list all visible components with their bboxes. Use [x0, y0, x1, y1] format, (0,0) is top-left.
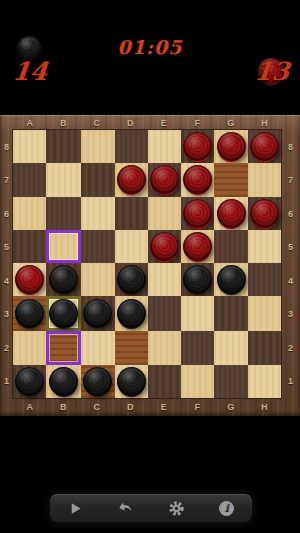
- square-h5[interactable]: [248, 230, 281, 263]
- checker-glyph: ●: [49, 265, 79, 294]
- checker-glyph: ●: [183, 232, 213, 261]
- rank-label: 6: [281, 197, 300, 231]
- checker-glyph: ●: [216, 199, 246, 228]
- square-h1[interactable]: [248, 365, 281, 398]
- black-piece[interactable]: ●: [49, 367, 78, 396]
- black-piece[interactable]: ●: [49, 265, 78, 294]
- black-piece[interactable]: ●: [15, 367, 44, 396]
- file-label: D: [114, 116, 148, 129]
- square-g7[interactable]: [214, 163, 247, 196]
- file-label: G: [214, 399, 248, 415]
- gear-icon: [168, 500, 185, 517]
- undo-icon: [116, 498, 136, 517]
- square-f6[interactable]: ●: [181, 197, 214, 230]
- square-a6[interactable]: [13, 197, 46, 230]
- black-piece[interactable]: ●: [83, 367, 112, 396]
- square-c2[interactable]: [81, 331, 114, 364]
- square-c5[interactable]: [81, 230, 114, 263]
- square-g6[interactable]: ●: [214, 197, 247, 230]
- square-h4[interactable]: [248, 263, 281, 296]
- file-label: F: [181, 116, 215, 129]
- square-b7[interactable]: [46, 163, 81, 196]
- square-a8[interactable]: [13, 130, 46, 163]
- rank-label: 3: [0, 298, 13, 332]
- file-labels-top: ABCDEFGH: [13, 116, 281, 129]
- square-b4[interactable]: ●: [46, 263, 81, 296]
- square-a7[interactable]: [13, 163, 46, 196]
- play-button[interactable]: [58, 494, 92, 522]
- checker-glyph: ●: [49, 299, 79, 328]
- square-d7[interactable]: ●: [115, 163, 148, 196]
- play-icon: [68, 501, 83, 516]
- black-piece[interactable]: ●: [49, 299, 78, 328]
- red-piece[interactable]: ●: [217, 132, 246, 161]
- square-c6[interactable]: [81, 197, 114, 230]
- red-piece[interactable]: ●: [117, 165, 146, 194]
- file-label: F: [181, 399, 215, 415]
- square-a5[interactable]: [13, 230, 46, 263]
- square-g1[interactable]: [214, 365, 247, 398]
- square-f2[interactable]: [181, 331, 214, 364]
- black-piece[interactable]: ●: [15, 299, 44, 328]
- rank-label: 7: [281, 164, 300, 198]
- square-b5[interactable]: [46, 230, 81, 263]
- red-piece[interactable]: ●: [217, 199, 246, 228]
- checker-glyph: ●: [216, 132, 246, 161]
- file-label: B: [47, 116, 81, 129]
- square-b1[interactable]: ●: [46, 365, 81, 398]
- checker-glyph: ●: [183, 165, 213, 194]
- square-c4[interactable]: [81, 263, 114, 296]
- square-e3[interactable]: [148, 296, 181, 331]
- square-e4[interactable]: [148, 263, 181, 296]
- red-piece[interactable]: ●: [250, 132, 279, 161]
- red-piece[interactable]: ●: [183, 199, 212, 228]
- file-label: C: [80, 399, 114, 415]
- rank-label: 3: [281, 298, 300, 332]
- square-a1[interactable]: ●: [13, 365, 46, 398]
- black-piece[interactable]: ●: [217, 265, 246, 294]
- square-f1[interactable]: [181, 365, 214, 398]
- checker-glyph: ●: [15, 265, 45, 294]
- file-label: G: [214, 116, 248, 129]
- black-piece[interactable]: ●: [117, 367, 146, 396]
- square-f5[interactable]: ●: [181, 230, 214, 263]
- board-frame: ABCDEFGH ABCDEFGH 87654321 87654321 ●●●●…: [0, 115, 300, 416]
- rank-labels-left: 87654321: [0, 130, 13, 398]
- square-e8[interactable]: [148, 130, 181, 163]
- square-g3[interactable]: [214, 296, 247, 331]
- square-e6[interactable]: [148, 197, 181, 230]
- checker-glyph: ●: [183, 132, 213, 161]
- square-e2[interactable]: [148, 331, 181, 364]
- red-piece[interactable]: ●: [183, 232, 212, 261]
- checker-glyph: ●: [49, 367, 79, 396]
- checker-glyph: ●: [183, 199, 213, 228]
- red-piece[interactable]: ●: [183, 132, 212, 161]
- square-d6[interactable]: [115, 197, 148, 230]
- game-timer: 01:05: [0, 36, 300, 58]
- square-g4[interactable]: ●: [214, 263, 247, 296]
- file-label: E: [147, 399, 181, 415]
- checker-glyph: ●: [183, 265, 213, 294]
- rank-label: 1: [0, 365, 13, 399]
- board-grid: ●●●●●●●●●●●●●●●●●●●●●●●●: [13, 130, 281, 398]
- checker-glyph: ●: [250, 199, 280, 228]
- red-piece-count: 13: [248, 57, 295, 86]
- square-g5[interactable]: [214, 230, 247, 263]
- rank-label: 5: [281, 231, 300, 265]
- square-f4[interactable]: ●: [181, 263, 214, 296]
- file-label: H: [248, 116, 282, 129]
- checker-glyph: ●: [116, 265, 146, 294]
- checker-glyph: ●: [216, 265, 246, 294]
- file-label: H: [248, 399, 282, 415]
- checker-glyph: ●: [116, 299, 146, 328]
- square-c3[interactable]: ●: [81, 296, 114, 331]
- rank-label: 2: [281, 331, 300, 365]
- file-label: D: [114, 399, 148, 415]
- square-e5[interactable]: ●: [148, 230, 181, 263]
- square-c8[interactable]: [81, 130, 114, 163]
- square-a4[interactable]: ●: [13, 263, 46, 296]
- checker-glyph: ●: [116, 367, 146, 396]
- square-b8[interactable]: [46, 130, 81, 163]
- rank-label: 6: [0, 197, 13, 231]
- checker-glyph: ●: [83, 367, 113, 396]
- rank-label: 5: [0, 231, 13, 265]
- red-piece[interactable]: ●: [150, 232, 179, 261]
- square-d3[interactable]: ●: [115, 296, 148, 331]
- rank-label: 1: [281, 365, 300, 399]
- square-b3[interactable]: ●: [46, 296, 81, 331]
- square-a3[interactable]: ●: [13, 296, 46, 331]
- square-b2[interactable]: [46, 331, 81, 364]
- square-h2[interactable]: [248, 331, 281, 364]
- file-label: E: [147, 116, 181, 129]
- square-h8[interactable]: ●: [248, 130, 281, 163]
- file-label: C: [80, 116, 114, 129]
- checker-glyph: ●: [150, 165, 180, 194]
- file-labels-bottom: ABCDEFGH: [13, 399, 281, 415]
- square-f3[interactable]: [181, 296, 214, 331]
- square-f7[interactable]: ●: [181, 163, 214, 196]
- square-g8[interactable]: ●: [214, 130, 247, 163]
- square-a2[interactable]: [13, 331, 46, 364]
- checker-glyph: ●: [116, 165, 146, 194]
- rank-label: 7: [0, 164, 13, 198]
- file-label: A: [13, 116, 47, 129]
- rank-label: 4: [281, 264, 300, 298]
- square-h6[interactable]: ●: [248, 197, 281, 230]
- red-piece[interactable]: ●: [15, 265, 44, 294]
- square-g2[interactable]: [214, 331, 247, 364]
- rank-label: 8: [0, 130, 13, 164]
- checker-glyph: ●: [83, 299, 113, 328]
- square-e7[interactable]: ●: [148, 163, 181, 196]
- settings-button[interactable]: [159, 494, 193, 522]
- square-b6[interactable]: [46, 197, 81, 230]
- file-label: A: [13, 399, 47, 415]
- rank-label: 2: [0, 331, 13, 365]
- file-label: B: [47, 399, 81, 415]
- black-piece[interactable]: ●: [183, 265, 212, 294]
- checker-glyph: ●: [15, 299, 45, 328]
- checker-glyph: ●: [250, 132, 280, 161]
- red-piece[interactable]: ●: [250, 199, 279, 228]
- square-d8[interactable]: [115, 130, 148, 163]
- square-d4[interactable]: ●: [115, 263, 148, 296]
- undo-button[interactable]: [109, 494, 143, 522]
- checker-glyph: ●: [150, 232, 180, 261]
- black-piece[interactable]: ●: [117, 299, 146, 328]
- info-glyph: i: [225, 501, 229, 516]
- square-e1[interactable]: [148, 365, 181, 398]
- black-piece[interactable]: ●: [117, 265, 146, 294]
- square-f8[interactable]: ●: [181, 130, 214, 163]
- rank-label: 4: [0, 264, 13, 298]
- app-screen: ● 14 01:05 ● 13 ABCDEFGH ABCDEFGH 876543…: [0, 0, 300, 533]
- black-piece-count: 14: [6, 57, 53, 86]
- square-c1[interactable]: ●: [81, 365, 114, 398]
- square-h3[interactable]: [248, 296, 281, 331]
- square-d5[interactable]: [115, 230, 148, 263]
- square-h7[interactable]: [248, 163, 281, 196]
- rank-label: 8: [281, 130, 300, 164]
- red-piece[interactable]: ●: [183, 165, 212, 194]
- square-d1[interactable]: ●: [115, 365, 148, 398]
- checker-glyph: ●: [15, 367, 45, 396]
- black-piece[interactable]: ●: [83, 299, 112, 328]
- square-c7[interactable]: [81, 163, 114, 196]
- bottom-toolbar: i: [49, 493, 253, 523]
- info-icon: i: [219, 501, 234, 516]
- square-d2[interactable]: [115, 331, 148, 364]
- info-button[interactable]: i: [210, 494, 244, 522]
- red-piece[interactable]: ●: [150, 165, 179, 194]
- rank-labels-right: 87654321: [281, 130, 300, 398]
